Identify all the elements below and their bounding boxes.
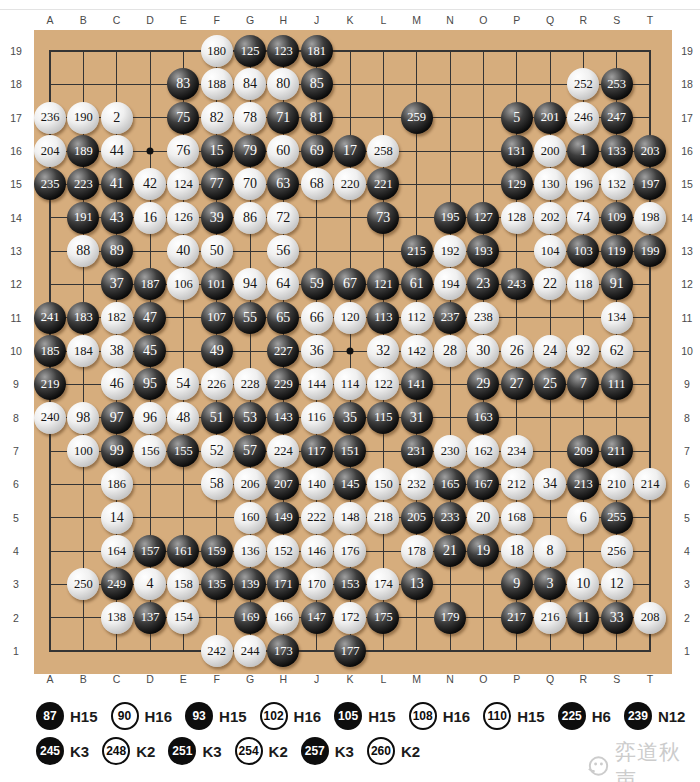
stone-O5: 20 (467, 502, 499, 534)
row-label-right-18: 18 (681, 78, 693, 90)
watermark-text: 弈道秋声 (615, 738, 700, 782)
stone-D2: 137 (134, 602, 166, 634)
stone-G15: 70 (234, 168, 266, 200)
stone-O6: 167 (467, 468, 499, 500)
stone-F15: 77 (201, 168, 233, 200)
stone-E14: 126 (167, 202, 199, 234)
caption-stone-102: 102 (260, 702, 288, 730)
stone-K9: 114 (334, 368, 366, 400)
column-label-top-A: A (46, 14, 53, 26)
stone-G12: 94 (234, 268, 266, 300)
stone-S13: 119 (601, 235, 633, 267)
stone-S17: 247 (601, 102, 633, 134)
stone-F17: 82 (201, 102, 233, 134)
stone-P4: 18 (501, 535, 533, 567)
caption-coord-248: K2 (136, 743, 155, 760)
caption-stone-254: 254 (235, 737, 263, 765)
row-label-left-16: 16 (10, 145, 22, 157)
stone-K2: 172 (334, 602, 366, 634)
row-label-right-2: 2 (684, 612, 690, 624)
stone-H7: 224 (267, 435, 299, 467)
caption-coord-257: K3 (335, 743, 354, 760)
stone-J19: 181 (301, 35, 333, 67)
stone-D11: 47 (134, 302, 166, 334)
stone-R3: 10 (567, 568, 599, 600)
row-label-left-15: 15 (10, 178, 22, 190)
column-label-bottom-L: L (380, 673, 386, 685)
stone-M11: 112 (401, 302, 433, 334)
column-label-bottom-D: D (146, 673, 154, 685)
stone-M4: 178 (401, 535, 433, 567)
stone-S5: 255 (601, 502, 633, 534)
stone-P5: 168 (501, 502, 533, 534)
stone-C2: 138 (101, 602, 133, 634)
stone-J3: 170 (301, 568, 333, 600)
row-label-right-5: 5 (684, 512, 690, 524)
caption-coord-254: K2 (269, 743, 288, 760)
column-label-bottom-K: K (346, 673, 353, 685)
column-label-bottom-J: J (314, 673, 319, 685)
stone-M12: 61 (401, 268, 433, 300)
stone-D10: 45 (134, 335, 166, 367)
stone-N5: 233 (434, 502, 466, 534)
stone-F13: 50 (201, 235, 233, 267)
stone-Q16: 200 (534, 135, 566, 167)
stone-G11: 55 (234, 302, 266, 334)
column-label-top-G: G (246, 14, 254, 26)
stone-K6: 145 (334, 468, 366, 500)
stone-S3: 12 (601, 568, 633, 600)
stone-P12: 243 (501, 268, 533, 300)
stone-A9: 219 (34, 368, 66, 400)
stone-J7: 117 (301, 435, 333, 467)
caption-entry-254: 254K2 (235, 737, 288, 765)
stone-E13: 40 (167, 235, 199, 267)
stone-C10: 38 (101, 335, 133, 367)
caption-coord-93: H15 (219, 708, 247, 725)
stone-L2: 175 (367, 602, 399, 634)
row-label-right-1: 1 (684, 645, 690, 657)
row-label-left-10: 10 (10, 345, 22, 357)
stone-R10: 92 (567, 335, 599, 367)
stone-R18: 252 (567, 68, 599, 100)
stone-G3: 139 (234, 568, 266, 600)
row-label-left-4: 4 (13, 545, 19, 557)
stone-L9: 122 (367, 368, 399, 400)
stone-J6: 140 (301, 468, 333, 500)
column-label-top-O: O (479, 14, 487, 26)
caption-entry-110: 110H15 (483, 702, 545, 730)
stone-K15: 220 (334, 168, 366, 200)
stone-B16: 189 (67, 135, 99, 167)
column-label-bottom-E: E (180, 673, 187, 685)
stone-O11: 238 (467, 302, 499, 334)
column-label-top-K: K (346, 14, 353, 26)
stone-D14: 16 (134, 202, 166, 234)
row-label-left-7: 7 (13, 445, 19, 457)
stone-J17: 81 (301, 102, 333, 134)
caption-stone-87: 87 (36, 702, 64, 730)
stone-F18: 188 (201, 68, 233, 100)
caption-coord-251: K3 (202, 743, 221, 760)
stone-G1: 244 (234, 635, 266, 667)
stone-H4: 152 (267, 535, 299, 567)
stone-R5: 6 (567, 502, 599, 534)
stone-L16: 258 (367, 135, 399, 167)
caption-entry-257: 257K3 (301, 737, 354, 765)
ko-recapture-caption-row-2: 245K3248K2251K3254K2257K3260K2 (36, 737, 420, 765)
stone-F9: 226 (201, 368, 233, 400)
caption-stone-108: 108 (409, 702, 437, 730)
stone-P9: 27 (501, 368, 533, 400)
stone-E8: 48 (167, 402, 199, 434)
caption-entry-90: 90H16 (111, 702, 173, 730)
stone-R12: 118 (567, 268, 599, 300)
stone-O7: 162 (467, 435, 499, 467)
stone-Q15: 130 (534, 168, 566, 200)
stone-P3: 9 (501, 568, 533, 600)
stone-Q9: 25 (534, 368, 566, 400)
column-label-top-C: C (113, 14, 121, 26)
stone-B17: 190 (67, 102, 99, 134)
stone-K12: 67 (334, 268, 366, 300)
stone-B13: 88 (67, 235, 99, 267)
stone-H6: 207 (267, 468, 299, 500)
stone-H1: 173 (267, 635, 299, 667)
row-label-right-6: 6 (684, 478, 690, 490)
column-label-bottom-M: M (412, 673, 421, 685)
stone-E15: 124 (167, 168, 199, 200)
column-label-top-R: R (580, 14, 588, 26)
stone-K4: 176 (334, 535, 366, 567)
column-label-top-J: J (314, 14, 319, 26)
stone-L14: 73 (367, 202, 399, 234)
stone-O12: 23 (467, 268, 499, 300)
stone-S15: 132 (601, 168, 633, 200)
stone-G14: 86 (234, 202, 266, 234)
stone-O8: 163 (467, 402, 499, 434)
stone-K7: 151 (334, 435, 366, 467)
caption-coord-110: H15 (517, 708, 545, 725)
stone-T14: 198 (634, 202, 666, 234)
stone-N2: 179 (434, 602, 466, 634)
stone-C11: 182 (101, 302, 133, 334)
stone-Q3: 3 (534, 568, 566, 600)
stone-T16: 203 (634, 135, 666, 167)
column-label-bottom-Q: Q (546, 673, 554, 685)
caption-stone-257: 257 (301, 737, 329, 765)
caption-coord-108: H16 (443, 708, 471, 725)
stone-N7: 230 (434, 435, 466, 467)
stone-S10: 62 (601, 335, 633, 367)
stone-C17: 2 (101, 102, 133, 134)
stone-A8: 240 (34, 402, 66, 434)
stone-S9: 111 (601, 368, 633, 400)
column-label-bottom-C: C (113, 673, 121, 685)
stone-E17: 75 (167, 102, 199, 134)
stone-R15: 196 (567, 168, 599, 200)
column-label-top-P: P (513, 14, 520, 26)
column-label-top-Q: Q (546, 14, 554, 26)
stone-M5: 205 (401, 502, 433, 534)
stone-P16: 131 (501, 135, 533, 167)
stone-E16: 76 (167, 135, 199, 167)
stone-M7: 231 (401, 435, 433, 467)
stone-C14: 43 (101, 202, 133, 234)
caption-coord-225: H6 (592, 708, 611, 725)
stone-H2: 166 (267, 602, 299, 634)
stone-F4: 159 (201, 535, 233, 567)
stone-B15: 223 (67, 168, 99, 200)
stone-E7: 155 (167, 435, 199, 467)
stone-P7: 234 (501, 435, 533, 467)
row-label-right-15: 15 (681, 178, 693, 190)
stone-K5: 148 (334, 502, 366, 534)
stone-C16: 44 (101, 135, 133, 167)
caption-coord-87: H15 (70, 708, 98, 725)
stone-S12: 91 (601, 268, 633, 300)
stone-D7: 156 (134, 435, 166, 467)
stone-G9: 228 (234, 368, 266, 400)
stone-N6: 165 (434, 468, 466, 500)
stone-H5: 149 (267, 502, 299, 534)
stone-S4: 256 (601, 535, 633, 567)
stone-B14: 191 (67, 202, 99, 234)
stone-D9: 95 (134, 368, 166, 400)
stone-J4: 146 (301, 535, 333, 567)
stone-R6: 213 (567, 468, 599, 500)
stone-J2: 147 (301, 602, 333, 634)
stone-D12: 187 (134, 268, 166, 300)
stone-H14: 72 (267, 202, 299, 234)
stone-J8: 116 (301, 402, 333, 434)
caption-entry-245: 245K3 (36, 737, 89, 765)
stone-P14: 128 (501, 202, 533, 234)
stone-C13: 89 (101, 235, 133, 267)
stone-G4: 136 (234, 535, 266, 567)
row-label-right-10: 10 (681, 345, 693, 357)
column-label-bottom-R: R (580, 673, 588, 685)
stone-N11: 237 (434, 302, 466, 334)
stone-J15: 68 (301, 168, 333, 200)
stone-K1: 177 (334, 635, 366, 667)
stone-B3: 250 (67, 568, 99, 600)
row-label-left-18: 18 (10, 78, 22, 90)
stone-R16: 1 (567, 135, 599, 167)
row-label-right-16: 16 (681, 145, 693, 157)
row-label-left-17: 17 (10, 112, 22, 124)
column-label-bottom-A: A (46, 673, 53, 685)
caption-stone-239: 239 (624, 702, 652, 730)
stone-C7: 99 (101, 435, 133, 467)
stone-Q12: 22 (534, 268, 566, 300)
caption-entry-225: 225H6 (558, 702, 611, 730)
stone-T2: 208 (634, 602, 666, 634)
stone-Q17: 201 (534, 102, 566, 134)
stone-E4: 161 (167, 535, 199, 567)
stone-C12: 37 (101, 268, 133, 300)
caption-entry-102: 102H16 (260, 702, 322, 730)
stone-L10: 32 (367, 335, 399, 367)
column-label-top-E: E (180, 14, 187, 26)
stone-C4: 164 (101, 535, 133, 567)
caption-coord-239: N12 (658, 708, 686, 725)
row-label-left-2: 2 (13, 612, 19, 624)
caption-stone-105: 105 (334, 702, 362, 730)
stone-H19: 123 (267, 35, 299, 67)
stone-C8: 97 (101, 402, 133, 434)
top-divider-line (0, 9, 700, 10)
row-label-left-3: 3 (13, 578, 19, 590)
column-label-top-L: L (380, 14, 386, 26)
column-label-top-N: N (446, 14, 454, 26)
star-point-D16 (147, 148, 154, 155)
stone-J18: 85 (301, 68, 333, 100)
row-label-left-19: 19 (10, 45, 22, 57)
stone-D15: 42 (134, 168, 166, 200)
stone-D8: 96 (134, 402, 166, 434)
stone-M17: 259 (401, 102, 433, 134)
stone-N4: 21 (434, 535, 466, 567)
ko-recapture-caption-row-1: 87H1590H1693H15102H16105H15108H16110H152… (36, 702, 685, 730)
row-label-left-8: 8 (13, 412, 19, 424)
stone-T15: 197 (634, 168, 666, 200)
stone-D4: 157 (134, 535, 166, 567)
stone-M6: 232 (401, 468, 433, 500)
column-label-top-B: B (80, 14, 87, 26)
row-label-right-7: 7 (684, 445, 690, 457)
column-label-bottom-O: O (479, 673, 487, 685)
column-label-top-H: H (280, 14, 288, 26)
caption-stone-245: 245 (36, 737, 64, 765)
row-label-right-14: 14 (681, 212, 693, 224)
stone-G5: 160 (234, 502, 266, 534)
stone-C15: 41 (101, 168, 133, 200)
caption-stone-93: 93 (185, 702, 213, 730)
stone-R2: 11 (567, 602, 599, 634)
stone-P17: 5 (501, 102, 533, 134)
row-label-left-13: 13 (10, 245, 22, 257)
stone-M3: 13 (401, 568, 433, 600)
stone-C9: 46 (101, 368, 133, 400)
stone-E2: 154 (167, 602, 199, 634)
stone-F14: 39 (201, 202, 233, 234)
stone-F1: 242 (201, 635, 233, 667)
stone-K8: 35 (334, 402, 366, 434)
stone-J10: 36 (301, 335, 333, 367)
stone-F7: 52 (201, 435, 233, 467)
stone-G16: 79 (234, 135, 266, 167)
stone-B11: 183 (67, 302, 99, 334)
stone-G19: 125 (234, 35, 266, 67)
row-label-left-14: 14 (10, 212, 22, 224)
stone-N10: 28 (434, 335, 466, 367)
caption-entry-251: 251K3 (168, 737, 221, 765)
column-label-bottom-H: H (280, 673, 288, 685)
column-label-top-D: D (146, 14, 154, 26)
stone-E18: 83 (167, 68, 199, 100)
stone-S7: 211 (601, 435, 633, 467)
caption-coord-260: K2 (401, 743, 420, 760)
stone-H18: 80 (267, 68, 299, 100)
row-label-left-12: 12 (10, 278, 22, 290)
stone-F11: 107 (201, 302, 233, 334)
wechat-face-icon (585, 753, 610, 779)
caption-entry-260: 260K2 (367, 737, 420, 765)
stone-G18: 84 (234, 68, 266, 100)
column-label-top-M: M (412, 14, 421, 26)
stone-H3: 171 (267, 568, 299, 600)
stone-R14: 74 (567, 202, 599, 234)
row-label-right-9: 9 (684, 378, 690, 390)
stone-D3: 4 (134, 568, 166, 600)
row-label-left-11: 11 (11, 312, 22, 324)
stone-P10: 26 (501, 335, 533, 367)
go-kifu-page: AABBCCDDEEFFGGHHJJKKLLMMNNOOPPQQRRSSTT11… (0, 0, 700, 782)
caption-stone-110: 110 (483, 702, 511, 730)
stone-Q10: 24 (534, 335, 566, 367)
stone-N14: 195 (434, 202, 466, 234)
caption-stone-251: 251 (168, 737, 196, 765)
stone-H13: 56 (267, 235, 299, 267)
stone-P15: 129 (501, 168, 533, 200)
caption-entry-87: 87H15 (36, 702, 98, 730)
stone-P6: 212 (501, 468, 533, 500)
stone-C6: 186 (101, 468, 133, 500)
stone-A15: 235 (34, 168, 66, 200)
stone-G2: 169 (234, 602, 266, 634)
stone-Q6: 34 (534, 468, 566, 500)
stone-H11: 65 (267, 302, 299, 334)
stone-F12: 101 (201, 268, 233, 300)
column-label-bottom-S: S (613, 673, 620, 685)
stone-C3: 249 (101, 568, 133, 600)
stone-G17: 78 (234, 102, 266, 134)
stone-E3: 158 (167, 568, 199, 600)
stone-R13: 103 (567, 235, 599, 267)
stone-H15: 63 (267, 168, 299, 200)
column-label-top-F: F (213, 14, 219, 26)
stone-N12: 194 (434, 268, 466, 300)
column-label-bottom-B: B (80, 673, 87, 685)
caption-entry-93: 93H15 (185, 702, 247, 730)
stone-O10: 30 (467, 335, 499, 367)
stone-A11: 241 (34, 302, 66, 334)
stone-F16: 15 (201, 135, 233, 167)
row-label-right-4: 4 (684, 545, 690, 557)
stone-L8: 115 (367, 402, 399, 434)
stone-O4: 19 (467, 535, 499, 567)
row-label-right-8: 8 (684, 412, 690, 424)
stone-O9: 29 (467, 368, 499, 400)
caption-entry-105: 105H15 (334, 702, 396, 730)
stone-F3: 135 (201, 568, 233, 600)
row-label-right-17: 17 (681, 112, 693, 124)
stone-T13: 199 (634, 235, 666, 267)
stone-A16: 204 (34, 135, 66, 167)
caption-stone-260: 260 (367, 737, 395, 765)
row-label-right-11: 11 (682, 312, 693, 324)
stone-J5: 222 (301, 502, 333, 534)
stone-J11: 66 (301, 302, 333, 334)
caption-coord-245: K3 (70, 743, 89, 760)
column-label-bottom-N: N (446, 673, 454, 685)
stone-P2: 217 (501, 602, 533, 634)
stone-G7: 57 (234, 435, 266, 467)
caption-coord-105: H15 (368, 708, 396, 725)
stone-H12: 64 (267, 268, 299, 300)
stone-R17: 246 (567, 102, 599, 134)
